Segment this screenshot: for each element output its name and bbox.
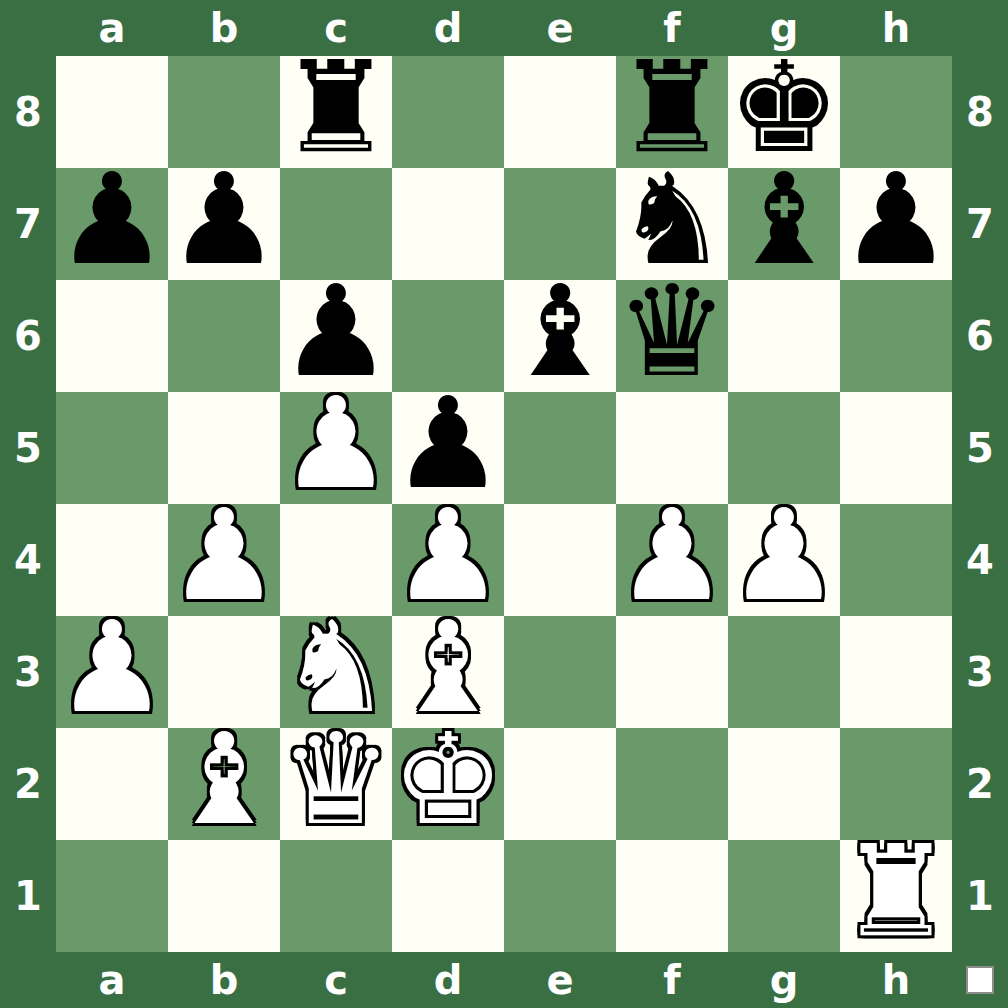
square-a1[interactable] [56,840,168,952]
black-bishop-g7[interactable]: ♝ [728,157,841,283]
rank-label-right-4: 4 [952,504,1008,616]
rank-label-right-5: 5 [952,392,1008,504]
square-h6[interactable] [840,280,952,392]
square-a6[interactable] [56,280,168,392]
square-b4[interactable]: ♟ [168,504,280,616]
square-b6[interactable] [168,280,280,392]
square-f6[interactable]: ♛ [616,280,728,392]
square-e5[interactable] [504,392,616,504]
square-e4[interactable] [504,504,616,616]
square-c8[interactable]: ♜ [280,56,392,168]
square-h1[interactable]: ♜ [840,840,952,952]
white-queen-c2[interactable]: ♛ [280,717,393,843]
square-h5[interactable] [840,392,952,504]
corner-bottom-right [952,952,1008,1008]
rank-label-right-6: 6 [952,280,1008,392]
square-h7[interactable]: ♟ [840,168,952,280]
chess-board: a b c d e f g h 8 7 6 5 4 3 2 1 8 7 6 5 … [0,0,1008,1008]
file-label-top-e: e [504,0,616,56]
white-rook-h1[interactable]: ♜ [840,829,953,955]
square-f2[interactable] [616,728,728,840]
square-b1[interactable] [168,840,280,952]
square-e6[interactable]: ♝ [504,280,616,392]
square-e1[interactable] [504,840,616,952]
white-king-d2[interactable]: ♚ [392,717,505,843]
square-c2[interactable]: ♛ [280,728,392,840]
square-e3[interactable] [504,616,616,728]
white-pawn-c5[interactable]: ♟ [280,381,393,507]
corner-bottom-left [0,952,56,1008]
rank-label-left-3: 3 [0,616,56,728]
white-to-move-indicator [966,966,994,994]
rank-label-right-8: 8 [952,56,1008,168]
black-queen-f6[interactable]: ♛ [616,269,729,395]
file-label-bottom-e: e [504,952,616,1008]
square-g7[interactable]: ♝ [728,168,840,280]
white-pawn-g4[interactable]: ♟ [728,493,841,619]
square-f3[interactable] [616,616,728,728]
rank-label-right-7: 7 [952,168,1008,280]
square-h3[interactable] [840,616,952,728]
black-pawn-b7[interactable]: ♟ [168,157,281,283]
rank-label-left-4: 4 [0,504,56,616]
black-pawn-h7[interactable]: ♟ [840,157,953,283]
file-label-bottom-b: b [168,952,280,1008]
white-pawn-b4[interactable]: ♟ [168,493,281,619]
square-b7[interactable]: ♟ [168,168,280,280]
file-label-top-d: d [392,0,504,56]
square-c1[interactable] [280,840,392,952]
corner-top-right [952,0,1008,56]
file-label-top-b: b [168,0,280,56]
square-g1[interactable] [728,840,840,952]
file-label-bottom-f: f [616,952,728,1008]
rank-label-left-2: 2 [0,728,56,840]
square-g2[interactable] [728,728,840,840]
square-g6[interactable] [728,280,840,392]
square-g4[interactable]: ♟ [728,504,840,616]
black-rook-c8[interactable]: ♜ [280,45,393,171]
white-pawn-a3[interactable]: ♟ [56,605,169,731]
rank-label-left-5: 5 [0,392,56,504]
white-bishop-b2[interactable]: ♝ [168,717,281,843]
file-label-bottom-g: g [728,952,840,1008]
square-e8[interactable] [504,56,616,168]
file-label-bottom-c: c [280,952,392,1008]
square-f4[interactable]: ♟ [616,504,728,616]
square-f1[interactable] [616,840,728,952]
rank-label-left-6: 6 [0,280,56,392]
rank-label-right-1: 1 [952,840,1008,952]
file-label-bottom-a: a [56,952,168,1008]
square-d1[interactable] [392,840,504,952]
rank-label-right-3: 3 [952,616,1008,728]
square-a3[interactable]: ♟ [56,616,168,728]
file-label-top-h: h [840,0,952,56]
white-pawn-f4[interactable]: ♟ [616,493,729,619]
square-d8[interactable] [392,56,504,168]
square-b2[interactable]: ♝ [168,728,280,840]
rank-label-left-7: 7 [0,168,56,280]
square-d7[interactable] [392,168,504,280]
square-a2[interactable] [56,728,168,840]
rank-label-right-2: 2 [952,728,1008,840]
square-e2[interactable] [504,728,616,840]
square-g3[interactable] [728,616,840,728]
black-bishop-e6[interactable]: ♝ [504,269,617,395]
square-a5[interactable] [56,392,168,504]
rank-label-left-1: 1 [0,840,56,952]
square-a7[interactable]: ♟ [56,168,168,280]
rank-label-left-8: 8 [0,56,56,168]
square-h4[interactable] [840,504,952,616]
corner-top-left [0,0,56,56]
square-c5[interactable]: ♟ [280,392,392,504]
black-pawn-a7[interactable]: ♟ [56,157,169,283]
square-d2[interactable]: ♚ [392,728,504,840]
file-label-top-a: a [56,0,168,56]
file-label-bottom-d: d [392,952,504,1008]
